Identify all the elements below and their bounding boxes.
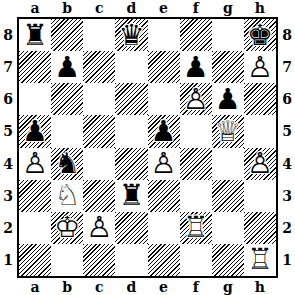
rank-label-2-left: 2 [0, 212, 16, 244]
square-g4[interactable] [212, 148, 244, 180]
file-label-f-top: f [180, 0, 212, 16]
square-b3[interactable]: ♞♘ [51, 180, 83, 212]
rank-labels-right: 87654321 [279, 19, 295, 276]
square-d3[interactable]: ♜ [115, 180, 147, 212]
square-a3[interactable] [19, 180, 51, 212]
black-king: ♚ [247, 21, 273, 50]
rank-label-6-left: 6 [0, 83, 16, 115]
white-knight: ♞♘ [54, 181, 80, 210]
square-g5[interactable]: ♛♕ [212, 115, 244, 147]
file-label-a-top: a [19, 0, 51, 16]
square-g3[interactable] [212, 180, 244, 212]
black-pawn: ♟ [54, 53, 80, 82]
rank-label-4-right: 4 [279, 148, 295, 180]
square-f7[interactable]: ♟ [180, 51, 212, 83]
square-h5[interactable] [244, 115, 276, 147]
file-label-a-bottom: a [19, 279, 51, 295]
rank-label-3-left: 3 [0, 180, 16, 212]
file-label-g-bottom: g [212, 279, 244, 295]
white-rook: ♜♖ [183, 213, 209, 242]
white-pawn: ♟♙ [86, 213, 112, 242]
file-label-e-top: e [148, 0, 180, 16]
square-g6[interactable]: ♟ [212, 83, 244, 115]
square-a7[interactable] [19, 51, 51, 83]
square-d8[interactable]: ♛ [115, 19, 147, 51]
square-d4[interactable] [115, 148, 147, 180]
square-e8[interactable] [148, 19, 180, 51]
square-e1[interactable] [148, 244, 180, 276]
rank-label-4-left: 4 [0, 148, 16, 180]
file-labels-bottom: abcdefgh [19, 279, 276, 295]
black-rook: ♜ [22, 21, 48, 50]
square-h2[interactable] [244, 212, 276, 244]
black-pawn: ♟ [22, 117, 48, 146]
file-label-g-top: g [212, 0, 244, 16]
rank-labels-left: 87654321 [0, 19, 16, 276]
square-a2[interactable] [19, 212, 51, 244]
file-label-h-bottom: h [244, 279, 276, 295]
square-h8[interactable]: ♚ [244, 19, 276, 51]
square-h1[interactable]: ♜♖ [244, 244, 276, 276]
rank-label-1-right: 1 [279, 244, 295, 276]
square-b7[interactable]: ♟ [51, 51, 83, 83]
square-f4[interactable] [180, 148, 212, 180]
square-f1[interactable] [180, 244, 212, 276]
square-h7[interactable]: ♟♙ [244, 51, 276, 83]
square-e3[interactable] [148, 180, 180, 212]
square-g2[interactable] [212, 212, 244, 244]
black-pawn: ♟ [151, 117, 177, 146]
rank-label-5-right: 5 [279, 115, 295, 147]
black-pawn: ♟ [183, 53, 209, 82]
square-b1[interactable] [51, 244, 83, 276]
rank-label-2-right: 2 [279, 212, 295, 244]
square-d5[interactable] [115, 115, 147, 147]
square-d6[interactable] [115, 83, 147, 115]
white-pawn: ♟♙ [151, 149, 177, 178]
file-label-h-top: h [244, 0, 276, 16]
black-queen: ♛ [118, 21, 144, 50]
square-d2[interactable] [115, 212, 147, 244]
rank-label-5-left: 5 [0, 115, 16, 147]
black-knight: ♞ [54, 149, 80, 178]
square-c2[interactable]: ♟♙ [83, 212, 115, 244]
square-b5[interactable] [51, 115, 83, 147]
white-pawn: ♟♙ [183, 85, 209, 114]
square-h4[interactable]: ♟♙ [244, 148, 276, 180]
square-f5[interactable] [180, 115, 212, 147]
square-c3[interactable] [83, 180, 115, 212]
file-label-f-bottom: f [180, 279, 212, 295]
square-e7[interactable] [148, 51, 180, 83]
white-pawn: ♟♙ [247, 53, 273, 82]
rank-label-3-right: 3 [279, 180, 295, 212]
square-c7[interactable] [83, 51, 115, 83]
square-a4[interactable]: ♟♙ [19, 148, 51, 180]
white-queen: ♛♕ [215, 117, 241, 146]
white-pawn: ♟♙ [247, 149, 273, 178]
square-h3[interactable] [244, 180, 276, 212]
rank-label-7-right: 7 [279, 51, 295, 83]
square-a6[interactable] [19, 83, 51, 115]
square-d7[interactable] [115, 51, 147, 83]
square-f2[interactable]: ♜♖ [180, 212, 212, 244]
square-e4[interactable]: ♟♙ [148, 148, 180, 180]
file-label-b-top: b [51, 0, 83, 16]
square-b8[interactable] [51, 19, 83, 51]
chess-board: ♜♛♚♟♟♟♙♟♙♟♟♟♛♕♟♙♞♟♙♟♙♞♘♜♚♔♟♙♜♖♜♖ [17, 17, 278, 278]
square-h6[interactable] [244, 83, 276, 115]
square-d1[interactable] [115, 244, 147, 276]
square-g8[interactable] [212, 19, 244, 51]
rank-label-6-right: 6 [279, 83, 295, 115]
rank-label-8-right: 8 [279, 19, 295, 51]
square-f6[interactable]: ♟♙ [180, 83, 212, 115]
square-g1[interactable] [212, 244, 244, 276]
black-rook: ♜ [118, 181, 144, 210]
square-b4[interactable]: ♞ [51, 148, 83, 180]
square-e5[interactable]: ♟ [148, 115, 180, 147]
square-a5[interactable]: ♟ [19, 115, 51, 147]
square-f3[interactable] [180, 180, 212, 212]
file-label-d-top: d [115, 0, 147, 16]
file-label-d-bottom: d [115, 279, 147, 295]
square-c5[interactable] [83, 115, 115, 147]
square-g7[interactable] [212, 51, 244, 83]
square-a8[interactable]: ♜ [19, 19, 51, 51]
file-labels-top: abcdefgh [19, 0, 276, 16]
black-pawn: ♟ [215, 85, 241, 114]
white-rook: ♜♖ [247, 245, 273, 274]
white-king: ♚♔ [54, 213, 80, 242]
chess-diagram: abcdefgh 87654321 87654321 abcdefgh ♜♛♚♟… [0, 0, 295, 295]
white-pawn: ♟♙ [22, 149, 48, 178]
square-b6[interactable] [51, 83, 83, 115]
square-c4[interactable] [83, 148, 115, 180]
square-a1[interactable] [19, 244, 51, 276]
square-c1[interactable] [83, 244, 115, 276]
file-label-e-bottom: e [148, 279, 180, 295]
rank-label-8-left: 8 [0, 19, 16, 51]
square-c6[interactable] [83, 83, 115, 115]
file-label-c-bottom: c [83, 279, 115, 295]
square-f8[interactable] [180, 19, 212, 51]
rank-label-1-left: 1 [0, 244, 16, 276]
rank-label-7-left: 7 [0, 51, 16, 83]
square-c8[interactable] [83, 19, 115, 51]
square-b2[interactable]: ♚♔ [51, 212, 83, 244]
file-label-c-top: c [83, 0, 115, 16]
file-label-b-bottom: b [51, 279, 83, 295]
square-e6[interactable] [148, 83, 180, 115]
square-e2[interactable] [148, 212, 180, 244]
